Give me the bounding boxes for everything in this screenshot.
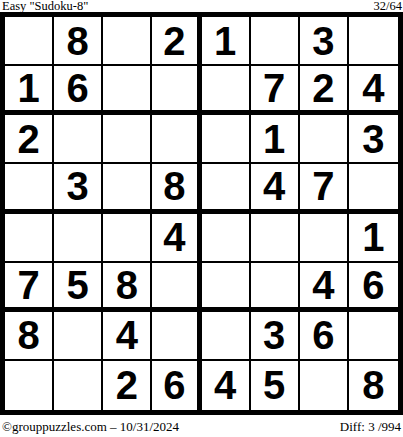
cell-r8c5[interactable]: 4: [202, 361, 251, 410]
cell-r3c7[interactable]: [300, 115, 349, 164]
cell-r4c1[interactable]: [5, 164, 54, 213]
cell-r1c6[interactable]: [251, 17, 300, 66]
cell-r1c5[interactable]: 1: [202, 17, 251, 66]
cell-r8c4[interactable]: 6: [152, 361, 201, 410]
cell-r4c7[interactable]: 7: [300, 164, 349, 213]
copyright-text: ©grouppuzzles.com – 10/31/2024: [2, 419, 179, 435]
puzzle-page: Easy "Sudoku-8" 32/64 821316724213384741…: [0, 0, 403, 437]
cell-r6c7[interactable]: 4: [300, 263, 349, 312]
cell-r7c5[interactable]: [202, 312, 251, 361]
puzzle-footer: ©grouppuzzles.com – 10/31/2024 Diff: 3 /…: [0, 415, 403, 436]
cell-r3c5[interactable]: [202, 115, 251, 164]
cell-r3c3[interactable]: [103, 115, 152, 164]
cell-r5c7[interactable]: [300, 214, 349, 263]
cell-r8c2[interactable]: [54, 361, 103, 410]
cell-r1c8[interactable]: [349, 17, 398, 66]
cell-r6c3[interactable]: 8: [103, 263, 152, 312]
cell-r4c6[interactable]: 4: [251, 164, 300, 213]
cell-r2c7[interactable]: 2: [300, 66, 349, 115]
cell-r2c1[interactable]: 1: [5, 66, 54, 115]
cell-r1c4[interactable]: 2: [152, 17, 201, 66]
cell-r2c3[interactable]: [103, 66, 152, 115]
givens-counter: 32/64: [374, 0, 402, 12]
cell-r4c2[interactable]: 3: [54, 164, 103, 213]
cell-r7c2[interactable]: [54, 312, 103, 361]
cell-r5c8[interactable]: 1: [349, 214, 398, 263]
cell-r6c6[interactable]: [251, 263, 300, 312]
cell-r7c7[interactable]: 6: [300, 312, 349, 361]
cell-r7c8[interactable]: [349, 312, 398, 361]
cell-r5c4[interactable]: 4: [152, 214, 201, 263]
cell-r2c4[interactable]: [152, 66, 201, 115]
cell-r6c1[interactable]: 7: [5, 263, 54, 312]
cell-r2c6[interactable]: 7: [251, 66, 300, 115]
cell-r6c4[interactable]: [152, 263, 201, 312]
difficulty-text: Diff: 3 /994: [340, 419, 401, 435]
cell-r4c3[interactable]: [103, 164, 152, 213]
cell-r4c4[interactable]: 8: [152, 164, 201, 213]
sudoku-board: 82131672421338474175846843626458: [0, 12, 403, 415]
cell-r7c6[interactable]: 3: [251, 312, 300, 361]
puzzle-header: Easy "Sudoku-8" 32/64: [0, 0, 403, 12]
cell-r3c2[interactable]: [54, 115, 103, 164]
cell-r8c1[interactable]: [5, 361, 54, 410]
cell-r8c8[interactable]: 8: [349, 361, 398, 410]
cell-r1c7[interactable]: 3: [300, 17, 349, 66]
cell-r8c6[interactable]: 5: [251, 361, 300, 410]
cell-r6c2[interactable]: 5: [54, 263, 103, 312]
cell-r8c7[interactable]: [300, 361, 349, 410]
cell-r6c5[interactable]: [202, 263, 251, 312]
cell-r4c8[interactable]: [349, 164, 398, 213]
cell-r7c3[interactable]: 4: [103, 312, 152, 361]
puzzle-title: Easy "Sudoku-8": [2, 0, 88, 12]
cell-r4c5[interactable]: [202, 164, 251, 213]
cell-r5c6[interactable]: [251, 214, 300, 263]
cell-r3c6[interactable]: 1: [251, 115, 300, 164]
cell-r1c1[interactable]: [5, 17, 54, 66]
cell-r3c4[interactable]: [152, 115, 201, 164]
cell-r1c3[interactable]: [103, 17, 152, 66]
cell-r2c2[interactable]: 6: [54, 66, 103, 115]
cell-r8c3[interactable]: 2: [103, 361, 152, 410]
cell-r7c4[interactable]: [152, 312, 201, 361]
cell-r2c5[interactable]: [202, 66, 251, 115]
cell-r2c8[interactable]: 4: [349, 66, 398, 115]
cell-r3c1[interactable]: 2: [5, 115, 54, 164]
cell-r5c3[interactable]: [103, 214, 152, 263]
cell-r5c5[interactable]: [202, 214, 251, 263]
cell-r3c8[interactable]: 3: [349, 115, 398, 164]
cell-r1c2[interactable]: 8: [54, 17, 103, 66]
cell-r7c1[interactable]: 8: [5, 312, 54, 361]
cell-r5c2[interactable]: [54, 214, 103, 263]
cell-r5c1[interactable]: [5, 214, 54, 263]
cell-r6c8[interactable]: 6: [349, 263, 398, 312]
